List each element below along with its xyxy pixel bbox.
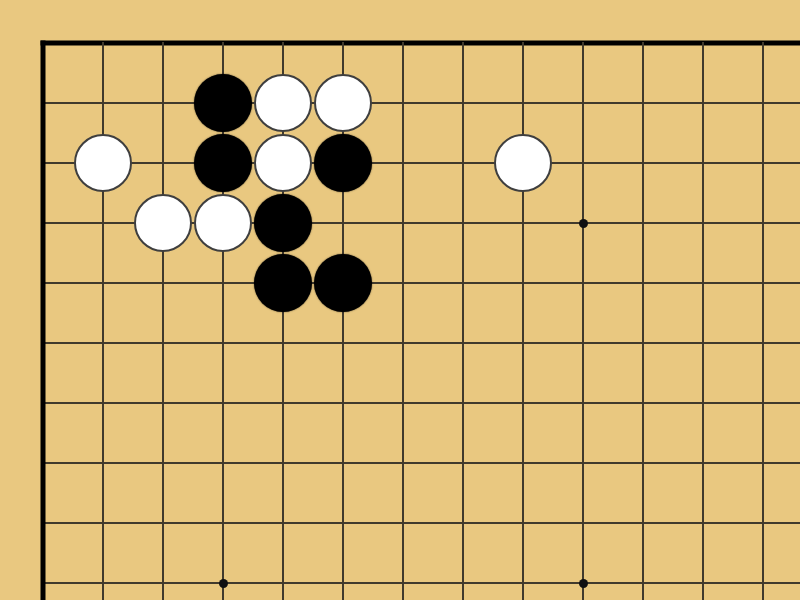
intersection-k13[interactable] — [553, 373, 613, 433]
white-stone-b17[interactable] — [74, 134, 132, 192]
intersection-h15[interactable] — [433, 253, 493, 313]
intersection-b16[interactable] — [73, 193, 133, 253]
black-stone-f15[interactable] — [314, 254, 372, 312]
intersection-g19[interactable] — [373, 13, 433, 73]
intersection-e14[interactable] — [253, 313, 313, 373]
intersection-m11[interactable] — [673, 493, 733, 553]
intersection-b14[interactable] — [73, 313, 133, 373]
intersection-e11[interactable] — [253, 493, 313, 553]
intersection-b10[interactable] — [73, 553, 133, 600]
intersection-e15[interactable] — [253, 253, 313, 313]
intersection-n14[interactable] — [733, 313, 793, 373]
intersection-m18[interactable] — [673, 73, 733, 133]
intersection-f16[interactable] — [313, 193, 373, 253]
intersection-m13[interactable] — [673, 373, 733, 433]
intersection-f14[interactable] — [313, 313, 373, 373]
intersection-e18[interactable] — [253, 73, 313, 133]
intersection-c17[interactable] — [133, 133, 193, 193]
intersection-n17[interactable] — [733, 133, 793, 193]
intersection-l14[interactable] — [613, 313, 673, 373]
intersection-a17[interactable] — [13, 133, 73, 193]
intersection-m16[interactable] — [673, 193, 733, 253]
intersection-e12[interactable] — [253, 433, 313, 493]
intersection-h16[interactable] — [433, 193, 493, 253]
intersection-b11[interactable] — [73, 493, 133, 553]
intersection-h14[interactable] — [433, 313, 493, 373]
intersection-d10[interactable] — [193, 553, 253, 600]
stone-layer — [13, 13, 793, 600]
intersection-g15[interactable] — [373, 253, 433, 313]
intersection-n16[interactable] — [733, 193, 793, 253]
intersection-b15[interactable] — [73, 253, 133, 313]
intersection-l10[interactable] — [613, 553, 673, 600]
intersection-h18[interactable] — [433, 73, 493, 133]
intersection-k11[interactable] — [553, 493, 613, 553]
intersection-n11[interactable] — [733, 493, 793, 553]
intersection-a11[interactable] — [13, 493, 73, 553]
intersection-f15[interactable] — [313, 253, 373, 313]
intersection-d15[interactable] — [193, 253, 253, 313]
intersection-g13[interactable] — [373, 373, 433, 433]
intersection-c18[interactable] — [133, 73, 193, 133]
intersection-f17[interactable] — [313, 133, 373, 193]
intersection-b19[interactable] — [73, 13, 133, 73]
intersection-a12[interactable] — [13, 433, 73, 493]
intersection-l17[interactable] — [613, 133, 673, 193]
intersection-a14[interactable] — [13, 313, 73, 373]
intersection-l16[interactable] — [613, 193, 673, 253]
intersection-j19[interactable] — [493, 13, 553, 73]
intersection-k17[interactable] — [553, 133, 613, 193]
intersection-d17[interactable] — [193, 133, 253, 193]
intersection-a10[interactable] — [13, 553, 73, 600]
intersection-f12[interactable] — [313, 433, 373, 493]
intersection-b18[interactable] — [73, 73, 133, 133]
intersection-j12[interactable] — [493, 433, 553, 493]
black-stone-e16[interactable] — [254, 194, 312, 252]
intersection-g17[interactable] — [373, 133, 433, 193]
intersection-k14[interactable] — [553, 313, 613, 373]
intersection-c19[interactable] — [133, 13, 193, 73]
white-stone-e17[interactable] — [254, 134, 312, 192]
intersection-g10[interactable] — [373, 553, 433, 600]
intersection-d13[interactable] — [193, 373, 253, 433]
star-point-k16 — [579, 219, 588, 228]
intersection-m12[interactable] — [673, 433, 733, 493]
black-stone-f17[interactable] — [314, 134, 372, 192]
intersection-d16[interactable] — [193, 193, 253, 253]
intersection-a19[interactable] — [13, 13, 73, 73]
intersection-b17[interactable] — [73, 133, 133, 193]
intersection-f11[interactable] — [313, 493, 373, 553]
intersection-h17[interactable] — [433, 133, 493, 193]
intersection-k16[interactable] — [553, 193, 613, 253]
intersection-g11[interactable] — [373, 493, 433, 553]
intersection-n12[interactable] — [733, 433, 793, 493]
intersection-h11[interactable] — [433, 493, 493, 553]
intersection-j17[interactable] — [493, 133, 553, 193]
go-board[interactable] — [0, 0, 800, 600]
intersection-c14[interactable] — [133, 313, 193, 373]
black-stone-d18[interactable] — [194, 74, 252, 132]
intersection-e19[interactable] — [253, 13, 313, 73]
intersection-k12[interactable] — [553, 433, 613, 493]
intersection-c12[interactable] — [133, 433, 193, 493]
intersection-l13[interactable] — [613, 373, 673, 433]
intersection-j16[interactable] — [493, 193, 553, 253]
intersection-c16[interactable] — [133, 193, 193, 253]
intersection-d18[interactable] — [193, 73, 253, 133]
intersection-j10[interactable] — [493, 553, 553, 600]
intersection-e17[interactable] — [253, 133, 313, 193]
intersection-f10[interactable] — [313, 553, 373, 600]
intersection-f19[interactable] — [313, 13, 373, 73]
intersection-l12[interactable] — [613, 433, 673, 493]
intersection-g12[interactable] — [373, 433, 433, 493]
intersection-b12[interactable] — [73, 433, 133, 493]
intersection-c11[interactable] — [133, 493, 193, 553]
intersection-j11[interactable] — [493, 493, 553, 553]
intersection-h13[interactable] — [433, 373, 493, 433]
intersection-m17[interactable] — [673, 133, 733, 193]
intersection-g18[interactable] — [373, 73, 433, 133]
intersection-k10[interactable] — [553, 553, 613, 600]
black-stone-d17[interactable] — [194, 134, 252, 192]
intersection-l11[interactable] — [613, 493, 673, 553]
intersection-m10[interactable] — [673, 553, 733, 600]
intersection-l19[interactable] — [613, 13, 673, 73]
intersection-n19[interactable] — [733, 13, 793, 73]
white-stone-d16[interactable] — [194, 194, 252, 252]
intersection-d19[interactable] — [193, 13, 253, 73]
intersection-j18[interactable] — [493, 73, 553, 133]
intersection-n13[interactable] — [733, 373, 793, 433]
intersection-d12[interactable] — [193, 433, 253, 493]
intersection-m15[interactable] — [673, 253, 733, 313]
star-point-d10 — [219, 579, 228, 588]
intersection-f13[interactable] — [313, 373, 373, 433]
black-stone-e15[interactable] — [254, 254, 312, 312]
intersection-l15[interactable] — [613, 253, 673, 313]
intersection-d11[interactable] — [193, 493, 253, 553]
intersection-n10[interactable] — [733, 553, 793, 600]
intersection-b13[interactable] — [73, 373, 133, 433]
intersection-m14[interactable] — [673, 313, 733, 373]
white-stone-c16[interactable] — [134, 194, 192, 252]
intersection-g14[interactable] — [373, 313, 433, 373]
intersection-k19[interactable] — [553, 13, 613, 73]
intersection-c10[interactable] — [133, 553, 193, 600]
white-stone-f18[interactable] — [314, 74, 372, 132]
intersection-a18[interactable] — [13, 73, 73, 133]
intersection-k18[interactable] — [553, 73, 613, 133]
intersection-n15[interactable] — [733, 253, 793, 313]
intersection-e16[interactable] — [253, 193, 313, 253]
intersection-c15[interactable] — [133, 253, 193, 313]
intersection-j13[interactable] — [493, 373, 553, 433]
white-stone-e18[interactable] — [254, 74, 312, 132]
intersection-h19[interactable] — [433, 13, 493, 73]
star-point-k10 — [579, 579, 588, 588]
intersection-e13[interactable] — [253, 373, 313, 433]
intersection-a15[interactable] — [13, 253, 73, 313]
intersection-f18[interactable] — [313, 73, 373, 133]
intersection-j15[interactable] — [493, 253, 553, 313]
intersection-j14[interactable] — [493, 313, 553, 373]
intersection-a13[interactable] — [13, 373, 73, 433]
intersection-c13[interactable] — [133, 373, 193, 433]
intersection-k15[interactable] — [553, 253, 613, 313]
intersection-n18[interactable] — [733, 73, 793, 133]
intersection-l18[interactable] — [613, 73, 673, 133]
intersection-m19[interactable] — [673, 13, 733, 73]
intersection-h10[interactable] — [433, 553, 493, 600]
intersection-h12[interactable] — [433, 433, 493, 493]
intersection-a16[interactable] — [13, 193, 73, 253]
intersection-e10[interactable] — [253, 553, 313, 600]
white-stone-j17[interactable] — [494, 134, 552, 192]
intersection-g16[interactable] — [373, 193, 433, 253]
intersection-d14[interactable] — [193, 313, 253, 373]
